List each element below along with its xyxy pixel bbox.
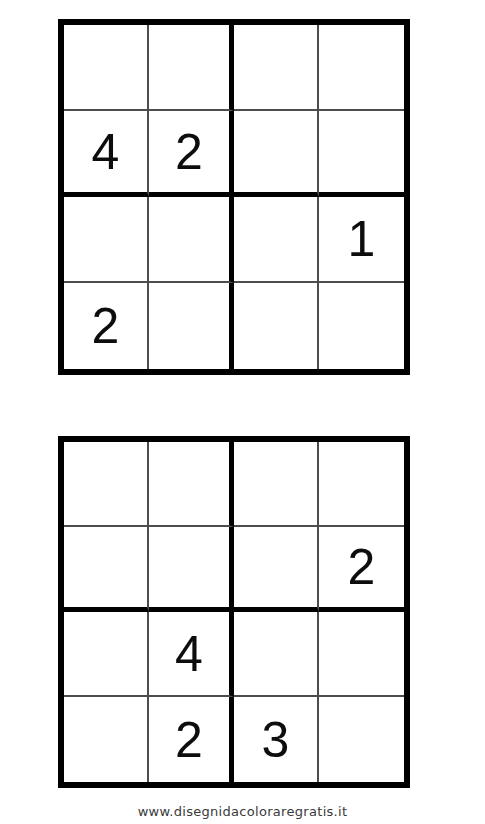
- sudoku1-cell-r4c2-empty: [149, 283, 234, 369]
- watermark-text: www.disegnidacoloraregratis.it: [0, 805, 485, 819]
- sudoku-grid-bottom: 2423: [58, 436, 410, 788]
- sudoku2-cell-r1c2-empty: [149, 442, 234, 527]
- sudoku1-cell-r4c4-empty: [319, 283, 404, 369]
- sudoku2-cell-r4c3-given: 3: [234, 697, 319, 782]
- sudoku1-cell-r2c2-given: 2: [149, 111, 234, 197]
- sudoku2-cell-r2c2-empty: [149, 527, 234, 612]
- sudoku1-cell-r3c4-given: 1: [319, 197, 404, 283]
- sudoku2-cell-r2c1-empty: [64, 527, 149, 612]
- sudoku1-cell-r2c3-empty: [234, 111, 319, 197]
- sudoku1-cell-r4c3-empty: [234, 283, 319, 369]
- sudoku1-cell-r3c1-empty: [64, 197, 149, 283]
- sudoku1-cell-r1c3-empty: [234, 25, 319, 111]
- sudoku2-cell-r3c4-empty: [319, 612, 404, 697]
- sudoku1-cell-r3c2-empty: [149, 197, 234, 283]
- sudoku2-cell-r3c1-empty: [64, 612, 149, 697]
- sudoku1-cell-r2c4-empty: [319, 111, 404, 197]
- sudoku1-cell-r1c4-empty: [319, 25, 404, 111]
- sudoku1-cell-r3c3-empty: [234, 197, 319, 283]
- sudoku2-cell-r2c4-given: 2: [319, 527, 404, 612]
- sudoku2-cell-r3c3-empty: [234, 612, 319, 697]
- page: { "game": "sudoku-4x4 (two printable puz…: [0, 0, 485, 824]
- sudoku-grid-top: 4212: [58, 19, 410, 375]
- sudoku2-cell-r1c4-empty: [319, 442, 404, 527]
- sudoku2-cell-r1c3-empty: [234, 442, 319, 527]
- sudoku1-cell-r1c2-empty: [149, 25, 234, 111]
- sudoku1-cell-r1c1-empty: [64, 25, 149, 111]
- sudoku2-cell-r4c4-empty: [319, 697, 404, 782]
- sudoku1-cell-r2c1-given: 4: [64, 111, 149, 197]
- sudoku2-cell-r4c2-given: 2: [149, 697, 234, 782]
- printable-page: 4212 2423 www.disegnidacoloraregratis.it: [0, 0, 485, 824]
- sudoku1-cell-r4c1-given: 2: [64, 283, 149, 369]
- sudoku2-cell-r2c3-empty: [234, 527, 319, 612]
- sudoku2-cell-r1c1-empty: [64, 442, 149, 527]
- sudoku2-cell-r3c2-given: 4: [149, 612, 234, 697]
- sudoku2-cell-r4c1-empty: [64, 697, 149, 782]
